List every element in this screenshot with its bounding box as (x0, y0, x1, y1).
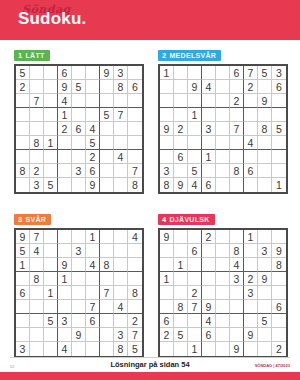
cell-r5c4 (58, 286, 72, 300)
badge-number: 1 (18, 51, 22, 60)
badge-number: 4 (162, 215, 166, 224)
badge-number: 2 (162, 51, 166, 60)
cell-r5c5 (216, 286, 230, 300)
cell-r5c7 (100, 122, 114, 136)
cell-r7c1: 6 (160, 314, 174, 328)
cell-r4c4 (202, 108, 216, 122)
cell-r7c9 (128, 150, 142, 164)
cell-r7c6 (230, 150, 244, 164)
cell-r6c2 (30, 300, 44, 314)
page-number: 52 (10, 364, 14, 369)
sudoku-page: Söndag Sudoku. 1 LÄTT 569329586741572648… (0, 0, 300, 380)
cell-r5c9 (128, 122, 142, 136)
badge-label: MEDELSVÅR (169, 52, 216, 59)
cell-r5c2 (30, 122, 44, 136)
cell-r2c6 (86, 80, 100, 94)
cell-r3c3 (188, 258, 202, 272)
cell-r1c8: 3 (114, 66, 128, 80)
cell-r2c5 (216, 244, 230, 258)
cell-r2c2: 4 (30, 244, 44, 258)
cell-r8c3 (44, 328, 58, 342)
cell-r3c1 (160, 258, 174, 272)
header-banner: Söndag Sudoku. (0, 0, 300, 40)
cell-r4c9 (272, 272, 286, 286)
cell-r8c1 (16, 328, 30, 342)
cell-r6c7: 4 (244, 136, 258, 150)
cell-r6c7 (244, 300, 258, 314)
cell-r5c6 (86, 286, 100, 300)
cell-r8c5: 9 (72, 328, 86, 342)
cell-r8c6: 8 (230, 164, 244, 178)
footer-divider (10, 357, 290, 358)
cell-r5c7: 7 (100, 286, 114, 300)
cell-r5c3 (44, 122, 58, 136)
cell-r3c3 (188, 94, 202, 108)
cell-r5c8 (114, 122, 128, 136)
cell-r4c8 (114, 272, 128, 286)
cell-r9c7 (100, 178, 114, 192)
cell-r8c8 (258, 328, 272, 342)
cell-r8c9 (272, 164, 286, 178)
cell-r9c8 (114, 178, 128, 192)
cell-r8c6: 6 (86, 164, 100, 178)
cell-r9c6 (230, 178, 244, 192)
cell-r4c9 (128, 108, 142, 122)
cell-r4c5 (72, 272, 86, 286)
cell-r9c2 (30, 342, 44, 356)
sudoku-grid-3: 971454319488161787453629373485 (14, 228, 144, 358)
cell-r6c5 (216, 136, 230, 150)
cell-r6c4 (202, 136, 216, 150)
cell-r4c1 (160, 108, 174, 122)
cell-r1c3 (44, 66, 58, 80)
cell-r3c6: 4 (230, 258, 244, 272)
cell-r4c3 (188, 272, 202, 286)
cell-r3c6: 2 (230, 94, 244, 108)
cell-r9c9: 8 (128, 178, 142, 192)
cell-r4c1 (16, 108, 30, 122)
cell-r8c4 (202, 164, 216, 178)
cell-r2c7 (244, 244, 258, 258)
sudoku-grid-2: 167539426291923785461358689461 (158, 64, 288, 194)
cell-r3c7 (100, 94, 114, 108)
cell-r8c2 (30, 328, 44, 342)
cell-r6c3: 7 (188, 300, 202, 314)
cell-r1c5 (216, 66, 230, 80)
cell-r1c6 (230, 230, 244, 244)
cell-r2c9: 9 (272, 244, 286, 258)
cell-r1c9: 3 (272, 66, 286, 80)
cell-r3c9: 8 (272, 258, 286, 272)
cell-r4c5 (216, 108, 230, 122)
cell-r7c8: 4 (114, 150, 128, 164)
cell-r4c6 (230, 108, 244, 122)
cell-r3c6 (86, 94, 100, 108)
cell-r8c6 (86, 328, 100, 342)
edition-text: SÖNDAG | 47/2023 (255, 363, 290, 368)
cell-r6c1 (16, 300, 30, 314)
cell-r9c4 (202, 342, 216, 356)
brand-logo: Söndag Sudoku. (18, 4, 86, 27)
cell-r4c4: 1 (58, 108, 72, 122)
cell-r6c9 (128, 136, 142, 150)
cell-r5c8: 8 (258, 122, 272, 136)
cell-r3c1: 1 (16, 258, 30, 272)
cell-r8c8: 3 (114, 328, 128, 342)
cell-r4c2 (174, 108, 188, 122)
cell-r5c9 (272, 286, 286, 300)
cell-r9c3: 1 (188, 342, 202, 356)
cell-r2c5 (216, 80, 230, 94)
cell-r9c2: 9 (174, 178, 188, 192)
cell-r2c6 (86, 244, 100, 258)
sudoku-grid-1: 5693295867415726481524823673598 (14, 64, 144, 194)
cell-r1c7: 1 (244, 230, 258, 244)
cell-r5c5: 6 (72, 122, 86, 136)
cell-r2c2 (174, 80, 188, 94)
cell-r1c3 (188, 230, 202, 244)
cell-r2c8: 8 (114, 80, 128, 94)
cell-r6c8 (114, 136, 128, 150)
cell-r8c3 (44, 164, 58, 178)
cell-r7c1 (16, 314, 30, 328)
cell-r7c3 (188, 150, 202, 164)
cell-r9c5 (72, 178, 86, 192)
cell-r5c6: 7 (230, 122, 244, 136)
cell-r6c9 (128, 300, 142, 314)
cell-r1c3 (44, 230, 58, 244)
cell-r3c7 (244, 258, 258, 272)
cell-r8c2 (174, 164, 188, 178)
cell-r5c3 (188, 122, 202, 136)
cell-r2c5: 3 (72, 244, 86, 258)
cell-r6c3 (188, 136, 202, 150)
cell-r3c4 (202, 94, 216, 108)
cell-r7c4: 4 (202, 314, 216, 328)
cell-r8c2: 5 (174, 328, 188, 342)
cell-r2c9: 6 (272, 80, 286, 94)
badge-puzzle-1: 1 LÄTT (14, 50, 50, 61)
cell-r3c8: 9 (258, 94, 272, 108)
cell-r2c2 (30, 80, 44, 94)
cell-r3c1 (160, 94, 174, 108)
cell-r7c5 (72, 314, 86, 328)
cell-r3c2: 7 (30, 94, 44, 108)
cell-r7c4: 1 (202, 150, 216, 164)
cell-r6c5 (72, 300, 86, 314)
cell-r5c2 (30, 286, 44, 300)
cell-r5c1 (16, 122, 30, 136)
cell-r2c1 (160, 244, 174, 258)
cell-r4c7 (100, 272, 114, 286)
cell-r1c1: 9 (16, 230, 30, 244)
badge-puzzle-4: 4 DJÄVULSK (158, 214, 215, 225)
cell-r3c9 (128, 94, 142, 108)
cell-r2c3: 6 (188, 244, 202, 258)
cell-r1c3 (188, 66, 202, 80)
cell-r2c3 (44, 80, 58, 94)
badge-label: DJÄVULSK (169, 216, 209, 223)
cell-r6c4 (58, 300, 72, 314)
cell-r4c6 (86, 108, 100, 122)
cell-r5c8 (258, 286, 272, 300)
cell-r5c3: 2 (188, 286, 202, 300)
cell-r9c9: 5 (128, 342, 142, 356)
cell-r8c7: 6 (244, 164, 258, 178)
cell-r1c9 (128, 66, 142, 80)
cell-r3c2: 1 (174, 258, 188, 272)
cell-r9c1: 8 (160, 178, 174, 192)
cell-r7c9 (272, 150, 286, 164)
cell-r8c1: 3 (160, 164, 174, 178)
cell-r4c8: 9 (258, 272, 272, 286)
cell-r3c3 (44, 258, 58, 272)
cell-r4c4 (202, 272, 216, 286)
cell-r8c7 (100, 328, 114, 342)
badge-puzzle-3: 3 SVÅR (14, 214, 51, 225)
cell-r6c1 (16, 136, 30, 150)
cell-r5c4: 2 (58, 122, 72, 136)
cell-r2c7 (100, 244, 114, 258)
cell-r9c1 (160, 342, 174, 356)
cell-r6c8 (258, 136, 272, 150)
cell-r2c1: 2 (16, 80, 30, 94)
cell-r4c5 (72, 108, 86, 122)
cell-r7c7 (100, 314, 114, 328)
cell-r3c3 (44, 94, 58, 108)
cell-r7c4: 3 (58, 314, 72, 328)
cell-r1c7: 7 (244, 66, 258, 80)
cell-r4c5 (216, 272, 230, 286)
cell-r6c1 (160, 300, 174, 314)
puzzle-4-diabolical: 4 DJÄVULSK 92168391481329238796645256919… (158, 208, 288, 358)
cell-r5c2 (174, 286, 188, 300)
cell-r6c2 (174, 136, 188, 150)
puzzle-3-hard: 3 SVÅR 971454319488161787453629373485 (14, 208, 144, 358)
cell-r7c5 (216, 150, 230, 164)
sudoku-grid-4: 921683914813292387966452569192 (158, 228, 288, 358)
cell-r6c6: 5 (86, 136, 100, 150)
cell-r6c2: 8 (30, 136, 44, 150)
cell-r4c9 (272, 108, 286, 122)
cell-r4c1: 1 (160, 272, 174, 286)
cell-r2c8 (258, 80, 272, 94)
cell-r7c7 (244, 150, 258, 164)
cell-r4c8: 7 (114, 108, 128, 122)
cell-r5c3: 1 (44, 286, 58, 300)
cell-r2c9: 6 (128, 80, 142, 94)
cell-r6c2: 8 (174, 300, 188, 314)
cell-r1c9 (272, 230, 286, 244)
cell-r8c6 (230, 328, 244, 342)
cell-r1c7 (100, 230, 114, 244)
cell-r8c9: 7 (128, 164, 142, 178)
cell-r2c2 (174, 244, 188, 258)
cell-r4c6: 3 (230, 272, 244, 286)
cell-r5c7: 3 (244, 286, 258, 300)
cell-r7c7 (244, 314, 258, 328)
cell-r9c3: 4 (188, 178, 202, 192)
cell-r1c5 (72, 230, 86, 244)
cell-r9c5 (216, 342, 230, 356)
cell-r5c9: 5 (272, 122, 286, 136)
cell-r8c1: 2 (160, 328, 174, 342)
cell-r4c3 (44, 272, 58, 286)
cell-r3c7 (244, 94, 258, 108)
cell-r5c1: 6 (16, 286, 30, 300)
cell-r9c4: 4 (58, 342, 72, 356)
cell-r1c4 (202, 66, 216, 80)
cell-r9c3: 5 (44, 178, 58, 192)
cell-r4c7: 2 (244, 272, 258, 286)
cell-r7c4 (58, 150, 72, 164)
cell-r1c1: 1 (160, 66, 174, 80)
cell-r1c6: 1 (86, 230, 100, 244)
cell-r3c2 (30, 258, 44, 272)
cell-r9c2: 3 (30, 178, 44, 192)
badge-number: 3 (18, 215, 22, 224)
cell-r9c3 (44, 342, 58, 356)
badge-puzzle-2: 2 MEDELSVÅR (158, 50, 221, 61)
cell-r7c5 (216, 314, 230, 328)
cell-r1c2 (30, 66, 44, 80)
cell-r8c8 (258, 164, 272, 178)
cell-r1c8 (114, 230, 128, 244)
cell-r8c5 (216, 328, 230, 342)
cell-r8c8 (114, 164, 128, 178)
cell-r5c1 (160, 286, 174, 300)
cell-r1c8: 5 (258, 66, 272, 80)
cell-r9c8 (258, 178, 272, 192)
cell-r6c6 (230, 136, 244, 150)
cell-r8c7 (100, 164, 114, 178)
cell-r8c5 (216, 164, 230, 178)
cell-r2c4: 4 (202, 80, 216, 94)
cell-r8c1: 8 (16, 164, 30, 178)
cell-r8c4 (58, 164, 72, 178)
cell-r7c8 (114, 314, 128, 328)
cell-r3c4 (202, 258, 216, 272)
cell-r4c3: 1 (188, 108, 202, 122)
cell-r8c4: 6 (202, 328, 216, 342)
cell-r2c9 (128, 244, 142, 258)
cell-r3c6: 4 (86, 258, 100, 272)
cell-r3c1 (16, 94, 30, 108)
cell-r3c8 (258, 258, 272, 272)
cell-r3c4: 9 (58, 258, 72, 272)
cell-r2c1: 5 (16, 244, 30, 258)
cell-r3c5 (72, 258, 86, 272)
cell-r3c5 (216, 94, 230, 108)
cell-r8c9 (272, 328, 286, 342)
cell-r8c2: 2 (30, 164, 44, 178)
cell-r6c4: 9 (202, 300, 216, 314)
cell-r3c5 (72, 94, 86, 108)
cell-r7c3 (188, 314, 202, 328)
brand-main-text: Sudoku. (18, 10, 86, 27)
cell-r9c6 (86, 342, 100, 356)
cell-r6c9 (272, 136, 286, 150)
cell-r7c9: 2 (128, 314, 142, 328)
cell-r6c7 (100, 136, 114, 150)
cell-r7c8: 5 (258, 314, 272, 328)
cell-r5c4: 3 (202, 122, 216, 136)
cell-r9c8 (258, 342, 272, 356)
cell-r7c6: 6 (86, 314, 100, 328)
cell-r2c4 (58, 244, 72, 258)
cell-r9c2 (174, 342, 188, 356)
cell-r6c3: 1 (44, 136, 58, 150)
cell-r6c8 (258, 300, 272, 314)
cell-r2c6 (230, 80, 244, 94)
cell-r8c4 (58, 328, 72, 342)
badge-label: LÄTT (25, 52, 44, 59)
cell-r1c2 (174, 230, 188, 244)
cell-r9c5 (216, 178, 230, 192)
cell-r4c2: 8 (30, 272, 44, 286)
cell-r9c1: 3 (16, 342, 30, 356)
cell-r7c2 (30, 150, 44, 164)
cell-r9c1 (16, 178, 30, 192)
cell-r2c6: 8 (230, 244, 244, 258)
cell-r1c4 (58, 230, 72, 244)
cell-r5c4 (202, 286, 216, 300)
cell-r9c4 (58, 178, 72, 192)
cell-r9c7 (100, 342, 114, 356)
cell-r4c4: 1 (58, 272, 72, 286)
cell-r4c2 (174, 272, 188, 286)
cell-r5c5 (72, 286, 86, 300)
cell-r9c5 (72, 342, 86, 356)
cell-r1c4: 2 (202, 230, 216, 244)
cell-r9c8: 8 (114, 342, 128, 356)
cell-r7c2 (30, 314, 44, 328)
cell-r1c2: 7 (30, 230, 44, 244)
cell-r5c9: 8 (128, 286, 142, 300)
cell-r7c1 (160, 150, 174, 164)
cell-r1c4: 6 (58, 66, 72, 80)
cell-r3c8 (114, 258, 128, 272)
cell-r7c2: 6 (174, 150, 188, 164)
cell-r2c8: 3 (258, 244, 272, 258)
badge-label: SVÅR (25, 216, 46, 223)
cell-r6c7 (100, 300, 114, 314)
cell-r3c9 (272, 94, 286, 108)
cell-r7c5 (72, 150, 86, 164)
cell-r6c1 (160, 136, 174, 150)
cell-r9c9: 1 (272, 178, 286, 192)
cell-r1c2 (174, 66, 188, 80)
cell-r1c1: 5 (16, 66, 30, 80)
cell-r9c9: 2 (272, 342, 286, 356)
cell-r4c8 (258, 108, 272, 122)
cell-r6c5 (72, 136, 86, 150)
cell-r2c5: 5 (72, 80, 86, 94)
cell-r5c6 (230, 286, 244, 300)
cell-r1c5 (216, 230, 230, 244)
cell-r7c6: 2 (86, 150, 100, 164)
cell-r7c8 (258, 150, 272, 164)
cell-r4c7 (244, 108, 258, 122)
cell-r5c7 (244, 122, 258, 136)
cell-r1c7: 9 (100, 66, 114, 80)
cell-r2c4: 9 (58, 80, 72, 94)
bottom-red-bar (0, 372, 300, 380)
cell-r6c9: 6 (272, 300, 286, 314)
cell-r4c9 (128, 272, 142, 286)
cell-r8c7: 9 (244, 328, 258, 342)
cell-r9c7 (244, 342, 258, 356)
